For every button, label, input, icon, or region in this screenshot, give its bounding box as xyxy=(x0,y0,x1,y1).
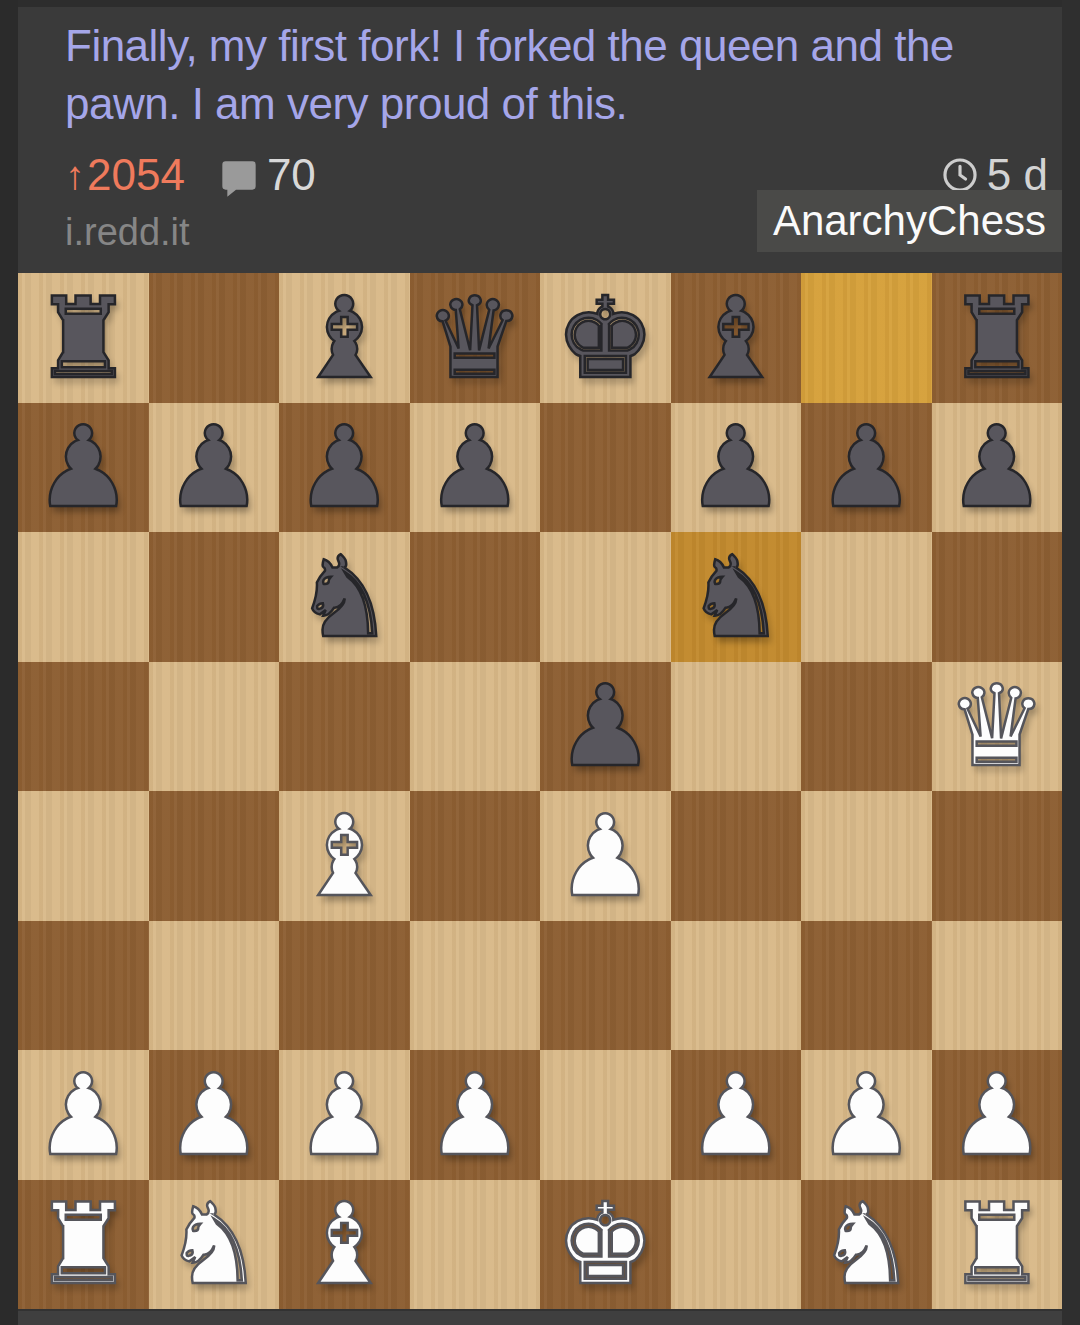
black-pawn-h7: ♟ xyxy=(947,411,1047,523)
left-edge-strip xyxy=(0,0,18,1325)
square-e4: ♟ xyxy=(540,791,671,921)
white-pawn-e4: ♟ xyxy=(555,800,655,912)
white-pawn-g2: ♟ xyxy=(816,1059,916,1171)
black-bishop-f8: ♝ xyxy=(686,282,786,394)
square-a5 xyxy=(18,662,149,792)
square-b1: ♞ xyxy=(149,1180,280,1310)
right-edge-strip xyxy=(1062,0,1080,1325)
square-d4 xyxy=(410,791,541,921)
square-c5 xyxy=(279,662,410,792)
white-pawn-d2: ♟ xyxy=(425,1059,525,1171)
square-d7: ♟ xyxy=(410,403,541,533)
square-c8: ♝ xyxy=(279,273,410,403)
white-queen-h5: ♛ xyxy=(947,670,1047,782)
square-f8: ♝ xyxy=(671,273,802,403)
white-pawn-h2: ♟ xyxy=(947,1059,1047,1171)
square-h2: ♟ xyxy=(932,1050,1063,1180)
square-d2: ♟ xyxy=(410,1050,541,1180)
black-knight-f6: ♞ xyxy=(686,541,786,653)
white-rook-a1: ♜ xyxy=(33,1188,133,1300)
square-a4 xyxy=(18,791,149,921)
white-pawn-a2: ♟ xyxy=(33,1059,133,1171)
domain-row: i.redd.it xyxy=(65,211,190,254)
post-title[interactable]: Finally, my first fork! I forked the que… xyxy=(18,7,1062,133)
square-c7: ♟ xyxy=(279,403,410,533)
square-f4 xyxy=(671,791,802,921)
black-pawn-g7: ♟ xyxy=(816,411,916,523)
white-pawn-f2: ♟ xyxy=(686,1059,786,1171)
square-c2: ♟ xyxy=(279,1050,410,1180)
square-h1: ♜ xyxy=(932,1180,1063,1310)
square-h7: ♟ xyxy=(932,403,1063,533)
comments-button[interactable]: 70 xyxy=(219,150,316,200)
square-a3 xyxy=(18,921,149,1051)
chess-board[interactable]: ♜♝♛♚♝♜♟♟♟♟♟♟♟♞♞♟♛♝♟♟♟♟♟♟♟♟♜♞♝♚♞♜ xyxy=(18,273,1062,1309)
white-knight-b1: ♞ xyxy=(164,1188,264,1300)
white-rook-h1: ♜ xyxy=(947,1188,1047,1300)
square-d6 xyxy=(410,532,541,662)
bottom-separator-bar xyxy=(18,1309,1062,1325)
square-c1: ♝ xyxy=(279,1180,410,1310)
reddit-post-screen: Finally, my first fork! I forked the que… xyxy=(0,0,1080,1325)
white-king-e1: ♚ xyxy=(555,1188,655,1300)
upvote-arrow-icon[interactable]: ↑ xyxy=(65,153,85,198)
comment-bubble-icon[interactable] xyxy=(219,158,259,198)
square-g5 xyxy=(801,662,932,792)
square-f7: ♟ xyxy=(671,403,802,533)
square-f2: ♟ xyxy=(671,1050,802,1180)
square-h8: ♜ xyxy=(932,273,1063,403)
square-g7: ♟ xyxy=(801,403,932,533)
square-b3 xyxy=(149,921,280,1051)
square-h5: ♛ xyxy=(932,662,1063,792)
white-pawn-c2: ♟ xyxy=(294,1059,394,1171)
black-queen-d8: ♛ xyxy=(425,282,525,394)
white-pawn-b2: ♟ xyxy=(164,1059,264,1171)
square-g4 xyxy=(801,791,932,921)
square-b2: ♟ xyxy=(149,1050,280,1180)
post-header: Finally, my first fork! I forked the que… xyxy=(18,7,1062,273)
square-c3 xyxy=(279,921,410,1051)
clock-icon xyxy=(941,156,979,194)
white-bishop-c1: ♝ xyxy=(294,1188,394,1300)
square-c4: ♝ xyxy=(279,791,410,921)
subreddit-name[interactable]: AnarchyChess xyxy=(773,197,1046,245)
comment-count: 70 xyxy=(267,150,316,200)
square-e8: ♚ xyxy=(540,273,671,403)
square-e5: ♟ xyxy=(540,662,671,792)
square-b6 xyxy=(149,532,280,662)
square-h6 xyxy=(932,532,1063,662)
square-e6 xyxy=(540,532,671,662)
black-pawn-a7: ♟ xyxy=(33,411,133,523)
subreddit-badge[interactable]: AnarchyChess xyxy=(757,190,1062,252)
square-g6 xyxy=(801,532,932,662)
square-d5 xyxy=(410,662,541,792)
black-bishop-c8: ♝ xyxy=(294,282,394,394)
square-a1: ♜ xyxy=(18,1180,149,1310)
square-a8: ♜ xyxy=(18,273,149,403)
black-pawn-e5: ♟ xyxy=(555,670,655,782)
black-pawn-c7: ♟ xyxy=(294,411,394,523)
black-rook-a8: ♜ xyxy=(33,282,133,394)
upvote-button[interactable]: ↑ 2054 xyxy=(65,150,185,200)
square-a7: ♟ xyxy=(18,403,149,533)
square-f1 xyxy=(671,1180,802,1310)
square-g1: ♞ xyxy=(801,1180,932,1310)
black-knight-c6: ♞ xyxy=(294,541,394,653)
square-d3 xyxy=(410,921,541,1051)
square-e3 xyxy=(540,921,671,1051)
black-king-e8: ♚ xyxy=(555,282,655,394)
white-knight-g1: ♞ xyxy=(816,1188,916,1300)
square-e1: ♚ xyxy=(540,1180,671,1310)
black-rook-h8: ♜ xyxy=(947,282,1047,394)
square-a6 xyxy=(18,532,149,662)
square-a2: ♟ xyxy=(18,1050,149,1180)
square-c6: ♞ xyxy=(279,532,410,662)
square-g3 xyxy=(801,921,932,1051)
square-g2: ♟ xyxy=(801,1050,932,1180)
black-pawn-b7: ♟ xyxy=(164,411,264,523)
post-domain-link[interactable]: i.redd.it xyxy=(65,211,190,253)
square-d1 xyxy=(410,1180,541,1310)
square-h3 xyxy=(932,921,1063,1051)
upvote-count: 2054 xyxy=(87,150,185,200)
square-b4 xyxy=(149,791,280,921)
square-g8 xyxy=(801,273,932,403)
square-b7: ♟ xyxy=(149,403,280,533)
square-h4 xyxy=(932,791,1063,921)
white-bishop-c4: ♝ xyxy=(294,800,394,912)
square-f6: ♞ xyxy=(671,532,802,662)
black-pawn-d7: ♟ xyxy=(425,411,525,523)
square-e7 xyxy=(540,403,671,533)
black-pawn-f7: ♟ xyxy=(686,411,786,523)
square-b8 xyxy=(149,273,280,403)
square-d8: ♛ xyxy=(410,273,541,403)
square-f5 xyxy=(671,662,802,792)
square-f3 xyxy=(671,921,802,1051)
square-e2 xyxy=(540,1050,671,1180)
square-b5 xyxy=(149,662,280,792)
